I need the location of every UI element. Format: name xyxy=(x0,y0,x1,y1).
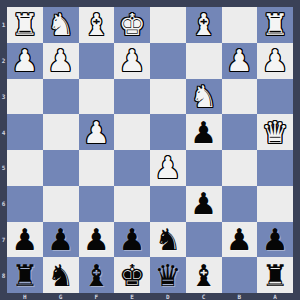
square-d6[interactable] xyxy=(150,186,186,222)
square-f6[interactable] xyxy=(79,186,115,222)
square-g2[interactable]: ♟ xyxy=(43,43,79,79)
file-label-c: C xyxy=(186,292,222,300)
square-c1[interactable]: ♝ xyxy=(186,7,222,43)
square-e1[interactable]: ♚ xyxy=(114,7,150,43)
rank-label-1: 1 xyxy=(0,7,7,43)
square-e6[interactable] xyxy=(114,186,150,222)
black-pawn[interactable]: ♟ xyxy=(262,222,289,257)
rank-label-3: 3 xyxy=(0,79,7,115)
file-labels: HGFEDCBA xyxy=(7,292,293,300)
square-f4[interactable]: ♟ xyxy=(79,114,115,150)
square-g4[interactable] xyxy=(43,114,79,150)
black-queen[interactable]: ♛ xyxy=(154,258,181,293)
square-a7[interactable]: ♟ xyxy=(257,222,293,258)
black-pawn[interactable]: ♟ xyxy=(47,222,74,257)
square-g8[interactable]: ♞ xyxy=(43,257,79,293)
square-g3[interactable] xyxy=(43,79,79,115)
square-c5[interactable] xyxy=(186,150,222,186)
file-label-d: D xyxy=(150,292,186,300)
square-h1[interactable]: ♜ xyxy=(7,7,43,43)
rank-label-8: 8 xyxy=(0,257,7,293)
square-d4[interactable] xyxy=(150,114,186,150)
square-b5[interactable] xyxy=(222,150,258,186)
square-a8[interactable]: ♜ xyxy=(257,257,293,293)
file-label-b: B xyxy=(222,292,258,300)
square-e2[interactable]: ♟ xyxy=(114,43,150,79)
white-pawn[interactable]: ♟ xyxy=(83,115,110,150)
square-h8[interactable]: ♜ xyxy=(7,257,43,293)
black-knight[interactable]: ♞ xyxy=(154,222,181,257)
square-c8[interactable]: ♝ xyxy=(186,257,222,293)
chess-board-frame: 12345678 HGFEDCBA ♜♞♝♚♝♜♟♟♟♟♟♞♟♟♛♟♟♟♟♟♟♞… xyxy=(0,0,300,300)
square-c7[interactable] xyxy=(186,222,222,258)
square-g1[interactable]: ♞ xyxy=(43,7,79,43)
square-d8[interactable]: ♛ xyxy=(150,257,186,293)
square-e4[interactable] xyxy=(114,114,150,150)
rank-label-4: 4 xyxy=(0,114,7,150)
square-h4[interactable] xyxy=(7,114,43,150)
white-bishop[interactable]: ♝ xyxy=(83,7,110,42)
square-d3[interactable] xyxy=(150,79,186,115)
square-b6[interactable] xyxy=(222,186,258,222)
square-f1[interactable]: ♝ xyxy=(79,7,115,43)
white-king[interactable]: ♚ xyxy=(119,7,146,42)
square-h6[interactable] xyxy=(7,186,43,222)
black-pawn[interactable]: ♟ xyxy=(119,222,146,257)
square-f5[interactable] xyxy=(79,150,115,186)
square-f8[interactable]: ♝ xyxy=(79,257,115,293)
square-h2[interactable]: ♟ xyxy=(7,43,43,79)
square-e3[interactable] xyxy=(114,79,150,115)
square-c3[interactable]: ♞ xyxy=(186,79,222,115)
square-g7[interactable]: ♟ xyxy=(43,222,79,258)
white-pawn[interactable]: ♟ xyxy=(226,43,253,78)
square-g6[interactable] xyxy=(43,186,79,222)
square-e8[interactable]: ♚ xyxy=(114,257,150,293)
white-pawn[interactable]: ♟ xyxy=(47,43,74,78)
rank-label-5: 5 xyxy=(0,150,7,186)
square-g5[interactable] xyxy=(43,150,79,186)
white-pawn[interactable]: ♟ xyxy=(262,43,289,78)
square-d5[interactable]: ♟ xyxy=(150,150,186,186)
file-label-e: E xyxy=(114,292,150,300)
white-knight[interactable]: ♞ xyxy=(47,7,74,42)
square-b3[interactable] xyxy=(222,79,258,115)
square-f3[interactable] xyxy=(79,79,115,115)
rank-label-6: 6 xyxy=(0,186,7,222)
square-b4[interactable] xyxy=(222,114,258,150)
white-queen[interactable]: ♛ xyxy=(262,115,289,150)
file-label-a: A xyxy=(257,292,293,300)
rank-labels: 12345678 xyxy=(0,7,7,293)
square-b8[interactable] xyxy=(222,257,258,293)
rank-label-2: 2 xyxy=(0,43,7,79)
white-pawn[interactable]: ♟ xyxy=(11,43,38,78)
square-b1[interactable] xyxy=(222,7,258,43)
black-rook[interactable]: ♜ xyxy=(262,258,289,293)
black-pawn[interactable]: ♟ xyxy=(11,222,38,257)
square-e7[interactable]: ♟ xyxy=(114,222,150,258)
file-label-f: F xyxy=(79,292,115,300)
black-pawn[interactable]: ♟ xyxy=(190,186,217,221)
black-pawn[interactable]: ♟ xyxy=(226,222,253,257)
white-bishop[interactable]: ♝ xyxy=(190,7,217,42)
black-pawn[interactable]: ♟ xyxy=(83,222,110,257)
square-h5[interactable] xyxy=(7,150,43,186)
square-d2[interactable] xyxy=(150,43,186,79)
square-e5[interactable] xyxy=(114,150,150,186)
square-a2[interactable]: ♟ xyxy=(257,43,293,79)
square-a5[interactable] xyxy=(257,150,293,186)
square-a4[interactable]: ♛ xyxy=(257,114,293,150)
square-a3[interactable] xyxy=(257,79,293,115)
black-pawn[interactable]: ♟ xyxy=(190,115,217,150)
square-d1[interactable] xyxy=(150,7,186,43)
square-f2[interactable] xyxy=(79,43,115,79)
square-a1[interactable]: ♜ xyxy=(257,7,293,43)
white-rook[interactable]: ♜ xyxy=(11,7,38,42)
file-label-h: H xyxy=(7,292,43,300)
black-bishop[interactable]: ♝ xyxy=(83,258,110,293)
black-bishop[interactable]: ♝ xyxy=(190,258,217,293)
square-d7[interactable]: ♞ xyxy=(150,222,186,258)
white-pawn[interactable]: ♟ xyxy=(119,43,146,78)
square-c2[interactable] xyxy=(186,43,222,79)
square-c4[interactable]: ♟ xyxy=(186,114,222,150)
black-king[interactable]: ♚ xyxy=(119,258,146,293)
square-b7[interactable]: ♟ xyxy=(222,222,258,258)
black-knight[interactable]: ♞ xyxy=(47,258,74,293)
white-pawn[interactable]: ♟ xyxy=(154,150,181,185)
file-label-g: G xyxy=(43,292,79,300)
white-rook[interactable]: ♜ xyxy=(262,7,289,42)
rank-label-7: 7 xyxy=(0,222,7,258)
square-h7[interactable]: ♟ xyxy=(7,222,43,258)
square-f7[interactable]: ♟ xyxy=(79,222,115,258)
white-knight[interactable]: ♞ xyxy=(190,79,217,114)
square-b2[interactable]: ♟ xyxy=(222,43,258,79)
square-a6[interactable] xyxy=(257,186,293,222)
square-h3[interactable] xyxy=(7,79,43,115)
black-rook[interactable]: ♜ xyxy=(11,258,38,293)
square-c6[interactable]: ♟ xyxy=(186,186,222,222)
chess-board: ♜♞♝♚♝♜♟♟♟♟♟♞♟♟♛♟♟♟♟♟♟♞♟♟♜♞♝♚♛♝♜ xyxy=(7,7,293,293)
